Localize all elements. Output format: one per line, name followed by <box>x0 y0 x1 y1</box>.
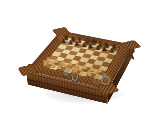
board-square <box>82 53 92 58</box>
chess-board: ♜♞♝♛♚♝♞♜♟♟♟♟♟♟♟♟♟♟♟♟♟♟♟♟♜♞♝♛♚♝♞♜ <box>42 37 120 79</box>
board-square <box>103 58 113 63</box>
chess-box: ♜♞♝♛♚♝♞♜♟♟♟♟♟♟♟♟♟♟♟♟♟♟♟♟♜♞♝♛♚♝♞♜ <box>26 31 132 89</box>
board-square <box>106 54 115 59</box>
board-square: ♝ <box>78 71 88 77</box>
chess-set-product-photo: ♜♞♝♛♚♝♞♜♟♟♟♟♟♟♟♟♟♟♟♟♟♟♟♟♜♞♝♛♚♝♞♜ <box>0 0 166 120</box>
ring-pull-icon <box>101 76 110 85</box>
